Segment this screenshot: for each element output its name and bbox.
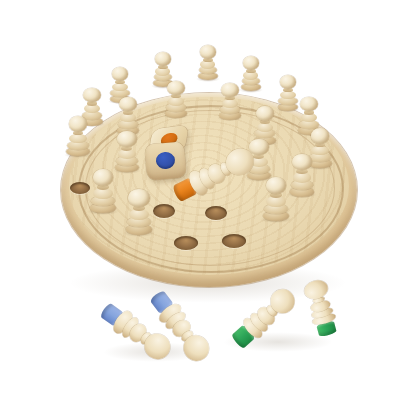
peg-head	[119, 97, 137, 112]
peg-head	[93, 169, 114, 186]
wooden-peg[interactable]	[90, 169, 116, 214]
wooden-peg[interactable]	[219, 83, 240, 120]
peg-head	[243, 56, 259, 69]
peg-head	[311, 128, 330, 143]
peg-body	[69, 134, 86, 144]
board-hole[interactable]	[70, 182, 90, 194]
wooden-peg[interactable]	[126, 189, 153, 235]
wooden-peg[interactable]	[115, 131, 139, 172]
wooden-peg[interactable]	[290, 154, 315, 197]
peg-head	[292, 154, 312, 170]
peg-head	[83, 88, 101, 103]
memory-chess-board-photo	[0, 0, 400, 400]
wooden-peg[interactable]	[117, 97, 139, 135]
peg-head	[155, 52, 171, 65]
wooden-peg[interactable]	[263, 177, 289, 222]
peg-head	[69, 116, 88, 131]
peg-head	[221, 83, 238, 97]
board-hole[interactable]	[153, 204, 175, 218]
board-hole[interactable]	[222, 234, 246, 248]
peg-head	[249, 139, 268, 155]
peg-head	[128, 189, 149, 206]
peg-head	[167, 81, 184, 95]
peg-head	[200, 45, 216, 58]
die-front-face	[145, 141, 187, 180]
peg-body	[168, 97, 184, 106]
color-die[interactable]	[146, 127, 188, 179]
wooden-peg[interactable]	[241, 56, 261, 91]
wooden-peg[interactable]	[198, 45, 218, 80]
wooden-peg[interactable]	[278, 75, 299, 111]
board-hole[interactable]	[174, 236, 198, 250]
peg-head	[256, 106, 274, 121]
die-dot-blue	[155, 151, 175, 170]
wooden-peg[interactable]	[165, 81, 186, 118]
peg-head	[266, 177, 287, 194]
peg-head	[117, 131, 136, 147]
wooden-peg[interactable]	[66, 116, 89, 157]
board-hole[interactable]	[205, 206, 227, 220]
peg-head	[112, 67, 129, 81]
peg-head	[300, 97, 318, 112]
peg-head	[280, 75, 297, 89]
peg-body	[222, 99, 238, 108]
